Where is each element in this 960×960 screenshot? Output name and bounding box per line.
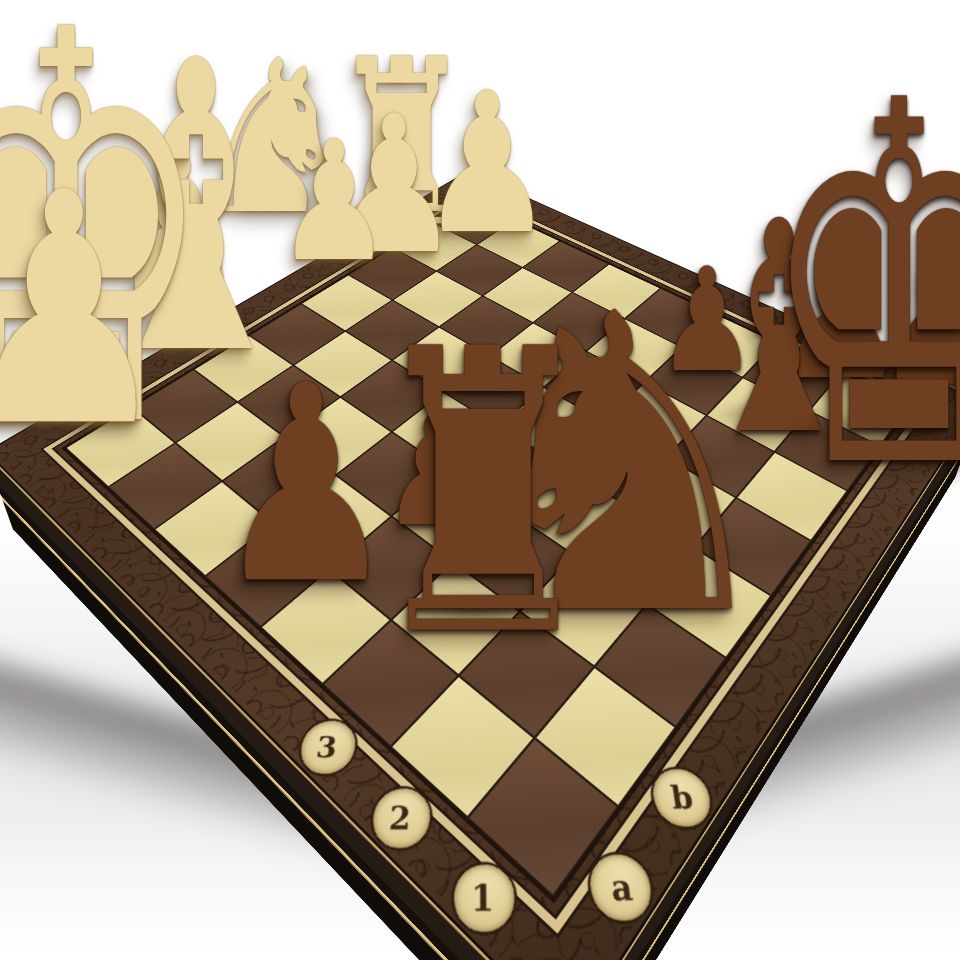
pieces-layer: ♚♟♟♝♞♟♟♜♟♟♜♟♞♟♝♟♚♟ [0,0,960,960]
white-pawn-a3[interactable]: ♟ [0,150,172,470]
black-rook-a1[interactable]: ♜ [364,299,602,689]
